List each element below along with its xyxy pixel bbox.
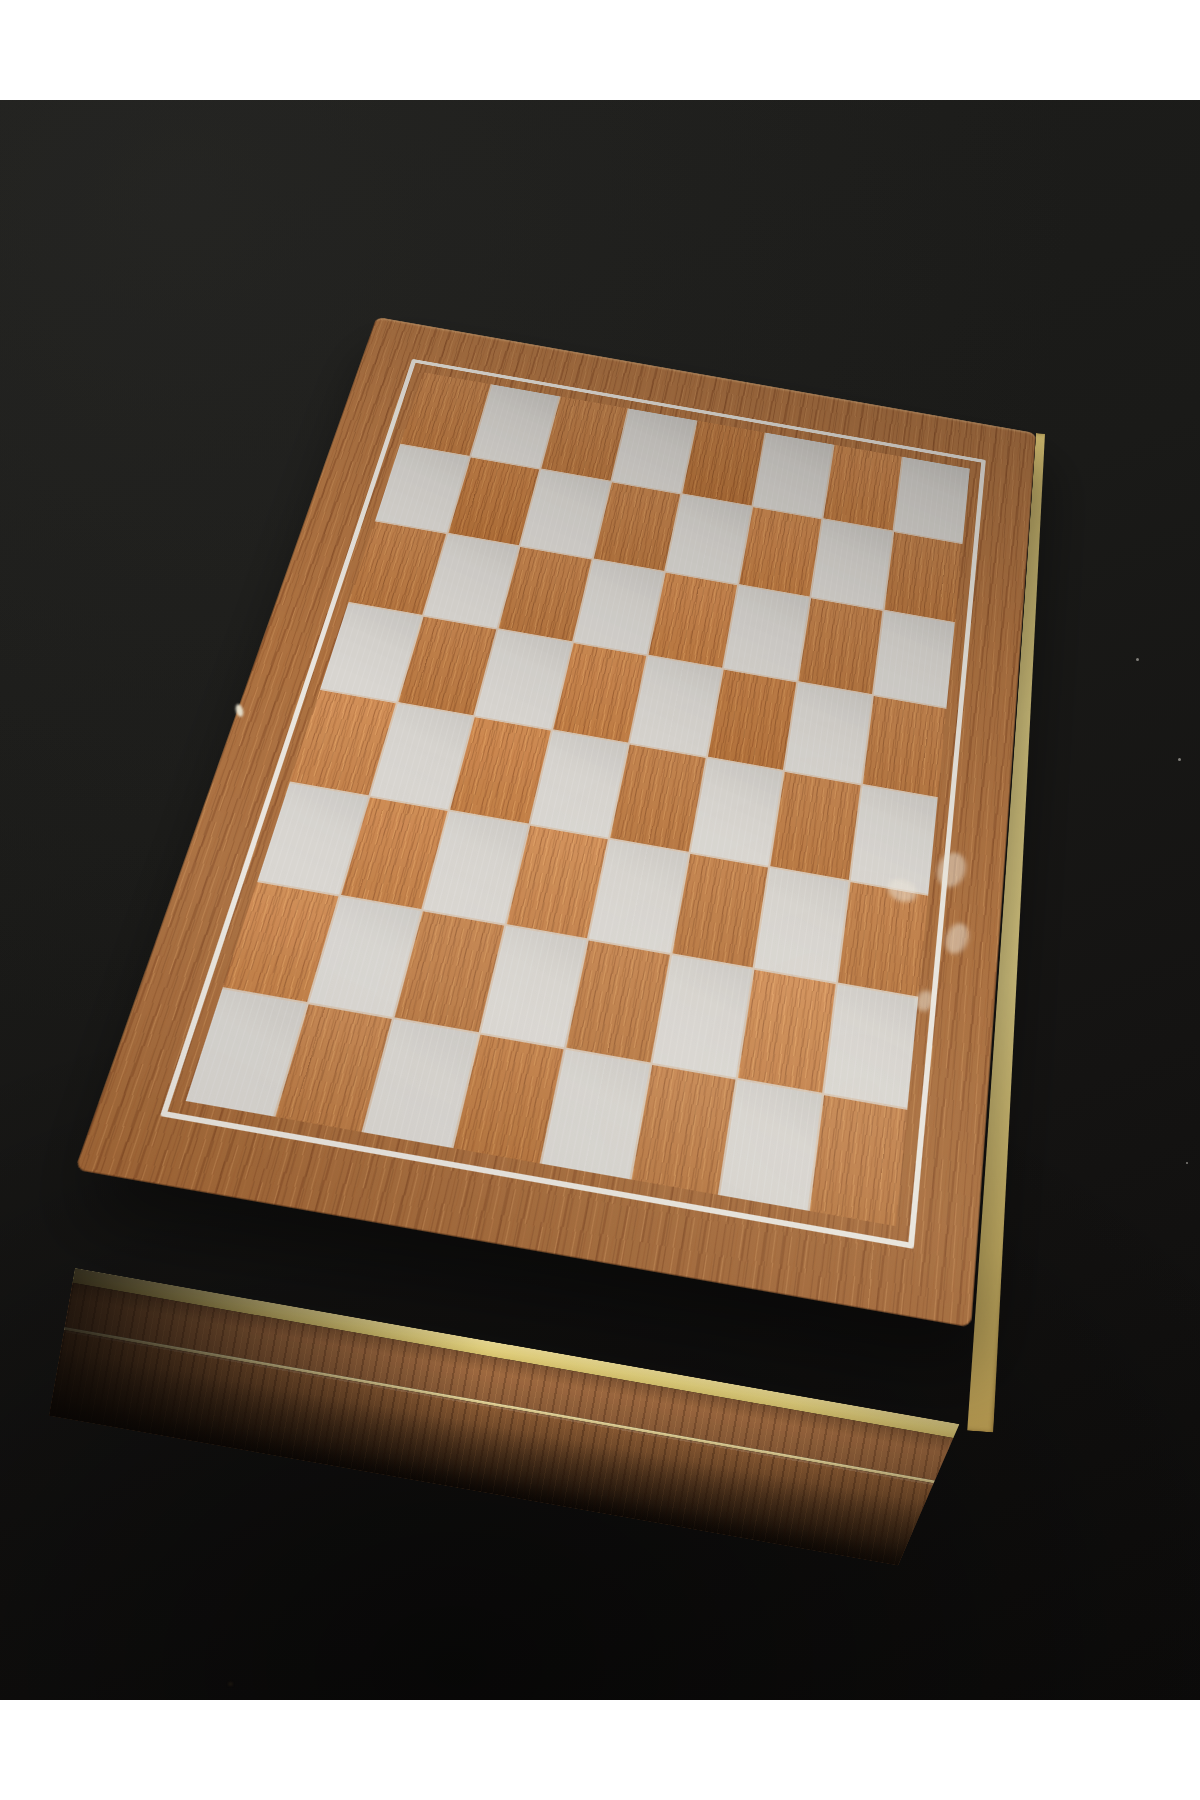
square-d8: [612, 409, 696, 493]
square-g8: [823, 445, 901, 530]
square-h8: [894, 457, 970, 543]
box-front-side: [49, 1268, 976, 1575]
square-f3: [672, 853, 768, 967]
scuff-mark: [941, 920, 972, 957]
square-e8: [682, 421, 764, 505]
bottom-white-band: [0, 1700, 1200, 1800]
checker-grid: [186, 372, 970, 1226]
square-f2: [652, 955, 752, 1077]
square-h4: [850, 786, 937, 894]
chess-box: [75, 317, 1036, 1328]
square-h7: [884, 532, 962, 622]
square-h5: [862, 696, 946, 798]
square-f4: [690, 758, 782, 865]
square-h2: [824, 984, 918, 1107]
square-f1: [631, 1064, 736, 1194]
speck-mark: [1136, 658, 1139, 661]
square-h3: [838, 882, 929, 997]
square-g7: [811, 519, 892, 609]
square-h1: [809, 1095, 907, 1227]
square-g3: [755, 867, 848, 982]
square-f5: [708, 669, 797, 770]
square-g5: [785, 682, 871, 783]
square-e5: [630, 656, 721, 756]
speck-mark: [1186, 1162, 1188, 1164]
square-e4: [610, 745, 705, 852]
square-h6: [874, 611, 955, 707]
page: [0, 0, 1200, 1800]
square-g6: [799, 598, 882, 693]
square-f7: [739, 507, 822, 597]
top-white-band: [0, 0, 1200, 100]
square-e6: [649, 573, 737, 668]
square-e7: [666, 494, 751, 583]
square-g1: [720, 1079, 821, 1210]
square-f8: [753, 433, 833, 518]
board-top-face: [75, 317, 1036, 1328]
square-g4: [770, 772, 860, 880]
square-g2: [738, 970, 835, 1092]
photo-area: [0, 100, 1200, 1700]
square-f6: [724, 585, 810, 680]
shadow-spot-mark: [228, 1682, 233, 1686]
speck-mark: [1178, 758, 1181, 761]
